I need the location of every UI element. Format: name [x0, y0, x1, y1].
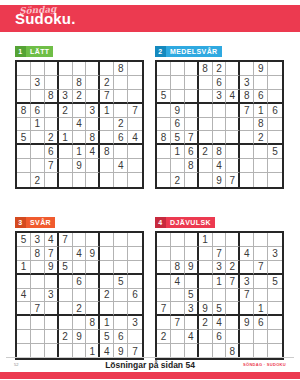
puzzle1-cell-r4c4: 2: [59, 104, 73, 118]
sudoku-board-1: 8382832786231714252186461487942: [15, 60, 144, 189]
puzzle1-cell-r1c2: [31, 62, 45, 76]
puzzle2-cell-r4c7: 7: [240, 104, 254, 118]
puzzle4-cell-r3c2: 8: [171, 261, 185, 275]
difficulty-badge-4: 4 DJÄVULSK: [155, 217, 215, 228]
puzzle3-cell-r6c3: [45, 302, 59, 316]
puzzle2-cell-r4c2: 9: [171, 104, 185, 118]
puzzle4-cell-r3c5: 3: [213, 261, 227, 275]
puzzle1-cell-r8c6: [86, 159, 100, 173]
page: Söndag Sudoku. 1 LÄTT 838283278623171425…: [0, 0, 300, 380]
puzzle1-cell-r9c4: [59, 173, 73, 187]
puzzle3-cell-r7c5: [73, 316, 87, 330]
puzzle2-cell-r1c4: 8: [199, 62, 213, 76]
puzzle4-cell-r4c1: [157, 275, 171, 289]
puzzle1-cell-r5c4: [59, 118, 73, 132]
puzzle2-cell-r8c6: [226, 159, 240, 173]
puzzle2-cell-r1c6: [226, 62, 240, 76]
puzzle1-cell-r3c5: 2: [73, 90, 87, 104]
puzzle-1-latt: 1 LÄTT 8382832786231714252186461487942: [15, 40, 146, 189]
puzzle3-cell-r9c9: 7: [128, 344, 142, 358]
puzzle3-cell-r9c5: [73, 344, 87, 358]
puzzle3-cell-r4c6: [86, 275, 100, 289]
puzzle4-cell-r9c2: [171, 344, 185, 358]
puzzle3-cell-r7c6: 8: [86, 316, 100, 330]
puzzle3-cell-r9c7: 4: [100, 344, 114, 358]
puzzle1-cell-r5c6: [86, 118, 100, 132]
puzzle1-cell-r5c7: [100, 118, 114, 132]
puzzle1-cell-r3c9: [128, 90, 142, 104]
puzzle2-cell-r6c4: [199, 131, 213, 145]
puzzle1-cell-r1c7: [100, 62, 114, 76]
puzzle1-cell-r9c9: [128, 173, 142, 187]
puzzle4-cell-r1c2: [171, 233, 185, 247]
puzzle4-cell-r6c6: [226, 302, 240, 316]
puzzle3-cell-r3c5: [73, 261, 87, 275]
puzzle3-cell-r8c9: [128, 330, 142, 344]
puzzle4-cell-r6c9: [268, 302, 282, 316]
puzzle2-cell-r3c9: [268, 90, 282, 104]
puzzle4-cell-r4c4: [199, 275, 213, 289]
puzzle1-cell-r7c3: 6: [45, 145, 59, 159]
puzzle4-cell-r8c2: [171, 330, 185, 344]
puzzle1-cell-r6c7: [100, 131, 114, 145]
puzzle1-cell-r2c2: 3: [31, 76, 45, 90]
puzzle2-cell-r7c8: [254, 145, 268, 159]
puzzle1-cell-r7c4: [59, 145, 73, 159]
puzzle2-cell-r1c1: [157, 62, 171, 76]
puzzle3-cell-r9c6: 1: [86, 344, 100, 358]
puzzle4-cell-r9c4: [199, 344, 213, 358]
puzzle3-cell-r3c8: [114, 261, 128, 275]
puzzle4-cell-r7c2: 7: [171, 316, 185, 330]
puzzle2-cell-r3c4: [199, 90, 213, 104]
puzzle3-cell-r1c7: [100, 233, 114, 247]
badge-number: 3: [15, 217, 26, 228]
puzzle4-cell-r4c2: 4: [171, 275, 185, 289]
puzzle3-cell-r7c1: [17, 316, 31, 330]
puzzle4-cell-r8c5: 6: [213, 330, 227, 344]
puzzle2-cell-r2c2: [171, 76, 185, 90]
puzzle2-cell-r4c6: [226, 104, 240, 118]
puzzle4-cell-r1c5: [213, 233, 227, 247]
puzzle4-cell-r6c1: 7: [157, 302, 171, 316]
puzzle2-cell-r2c5: 6: [213, 76, 227, 90]
puzzle3-cell-r5c8: [114, 289, 128, 303]
puzzle1-cell-r1c3: [45, 62, 59, 76]
puzzle1-cell-r4c5: [73, 104, 87, 118]
puzzle2-cell-r3c7: 8: [240, 90, 254, 104]
puzzle2-cell-r3c8: 6: [254, 90, 268, 104]
puzzle4-cell-r2c9: 3: [268, 247, 282, 261]
puzzle2-cell-r9c9: [268, 173, 282, 187]
puzzle3-cell-r6c6: [86, 302, 100, 316]
difficulty-badge-1: 1 LÄTT: [15, 46, 53, 57]
puzzle1-cell-r7c8: [114, 145, 128, 159]
puzzle1-cell-r2c8: [114, 76, 128, 90]
puzzle3-cell-r3c9: [128, 261, 142, 275]
puzzle4-cell-r1c4: 1: [199, 233, 213, 247]
puzzle1-cell-r9c3: [45, 173, 59, 187]
puzzle2-cell-r3c3: [185, 90, 199, 104]
puzzle1-cell-r6c8: 6: [114, 131, 128, 145]
puzzle2-cell-r1c3: [185, 62, 199, 76]
puzzle2-cell-r4c5: [213, 104, 227, 118]
puzzle1-cell-r9c7: [100, 173, 114, 187]
puzzle3-cell-r3c6: [86, 261, 100, 275]
puzzle1-cell-r8c7: [100, 159, 114, 173]
puzzle2-cell-r8c5: 4: [213, 159, 227, 173]
puzzle1-cell-r6c9: 4: [128, 131, 142, 145]
puzzle1-cell-r2c7: 2: [100, 76, 114, 90]
puzzle1-cell-r3c2: [31, 90, 45, 104]
puzzle3-cell-r1c8: [114, 233, 128, 247]
puzzle4-cell-r2c7: 4: [240, 247, 254, 261]
puzzle4-cell-r7c9: [268, 316, 282, 330]
puzzle1-cell-r2c3: [45, 76, 59, 90]
puzzle1-cell-r7c6: 4: [86, 145, 100, 159]
puzzle4-cell-r1c1: [157, 233, 171, 247]
puzzle1-cell-r1c4: [59, 62, 73, 76]
puzzle3-cell-r1c3: 4: [45, 233, 59, 247]
puzzle1-cell-r9c1: [17, 173, 31, 187]
puzzle4-cell-r1c3: [185, 233, 199, 247]
puzzle3-cell-r5c5: [73, 289, 87, 303]
puzzle1-cell-r6c3: 2: [45, 131, 59, 145]
puzzle2-cell-r9c6: 7: [226, 173, 240, 187]
puzzle2-cell-r5c4: [199, 118, 213, 132]
puzzle2-cell-r5c5: [213, 118, 227, 132]
badge-label: LÄTT: [26, 46, 53, 57]
puzzle2-cell-r9c7: [240, 173, 254, 187]
puzzle4-cell-r9c5: [213, 344, 227, 358]
puzzle4-cell-r7c5: 4: [213, 316, 227, 330]
puzzle2-cell-r7c2: 1: [171, 145, 185, 159]
puzzle2-cell-r9c2: 2: [171, 173, 185, 187]
puzzle2-cell-r8c8: [254, 159, 268, 173]
puzzle2-cell-r6c2: 5: [171, 131, 185, 145]
puzzle2-cell-r6c5: [213, 131, 227, 145]
puzzle1-cell-r4c6: 3: [86, 104, 100, 118]
puzzle3-cell-r8c2: [31, 330, 45, 344]
puzzle2-cell-r2c8: [254, 76, 268, 90]
puzzle1-cell-r2c4: [59, 76, 73, 90]
puzzle3-cell-r6c5: 2: [73, 302, 87, 316]
puzzle2-cell-r3c2: [171, 90, 185, 104]
puzzle4-cell-r8c9: [268, 330, 282, 344]
footer: 52 Lösningar på sidan 54 SÖNDAG · SUDOKU: [6, 357, 294, 371]
puzzle4-cell-r2c6: [226, 247, 240, 261]
puzzle2-cell-r1c8: 9: [254, 62, 268, 76]
puzzle1-cell-r3c8: [114, 90, 128, 104]
puzzle1-cell-r8c5: 9: [73, 159, 87, 173]
puzzle3-cell-r3c1: 1: [17, 261, 31, 275]
puzzle2-cell-r7c1: [157, 145, 171, 159]
puzzle1-cell-r1c9: [128, 62, 142, 76]
puzzle4-cell-r8c1: 2: [157, 330, 171, 344]
badge-label: DJÄVULSK: [166, 217, 215, 228]
puzzle4-cell-r8c7: [240, 330, 254, 344]
puzzle4-cell-r5c7: 7: [240, 289, 254, 303]
puzzle4-cell-r3c3: 9: [185, 261, 199, 275]
puzzle-2-medelsvar: 2 MEDELSVÅR 8296353486971668857216285842…: [155, 40, 286, 189]
puzzle3-cell-r2c3: 7: [45, 247, 59, 261]
puzzle2-cell-r2c7: 3: [240, 76, 254, 90]
puzzle2-cell-r6c3: 7: [185, 131, 199, 145]
difficulty-badge-2: 2 MEDELSVÅR: [155, 46, 222, 57]
puzzle2-cell-r5c1: [157, 118, 171, 132]
puzzle3-cell-r6c1: [17, 302, 31, 316]
puzzle1-cell-r5c1: [17, 118, 31, 132]
puzzle3-cell-r6c8: [114, 302, 128, 316]
puzzle4-cell-r7c4: 2: [199, 316, 213, 330]
puzzle4-cell-r3c1: [157, 261, 171, 275]
masthead: Söndag Sudoku.: [0, 5, 300, 32]
puzzle4-cell-r7c3: [185, 316, 199, 330]
puzzle2-cell-r4c1: [157, 104, 171, 118]
puzzle2-cell-r7c6: [226, 145, 240, 159]
puzzle4-cell-r9c7: [240, 344, 254, 358]
puzzle3-cell-r4c7: [100, 275, 114, 289]
puzzle4-cell-r7c7: 9: [240, 316, 254, 330]
puzzle2-cell-r6c1: 8: [157, 131, 171, 145]
puzzle1-cell-r2c5: 8: [73, 76, 87, 90]
puzzle2-cell-r9c4: [199, 173, 213, 187]
puzzle3-cell-r1c4: 7: [59, 233, 73, 247]
puzzle3-cell-r4c9: [128, 275, 142, 289]
puzzle1-cell-r8c8: 4: [114, 159, 128, 173]
puzzle1-cell-r1c5: [73, 62, 87, 76]
puzzle1-cell-r5c5: 4: [73, 118, 87, 132]
puzzle4-cell-r6c3: 3: [185, 302, 199, 316]
puzzle1-cell-r7c7: 8: [100, 145, 114, 159]
puzzle3-cell-r9c1: [17, 344, 31, 358]
puzzle4-cell-r5c6: [226, 289, 240, 303]
puzzle2-cell-r8c7: [240, 159, 254, 173]
puzzle3-cell-r1c6: [86, 233, 100, 247]
puzzle4-cell-r4c6: 7: [226, 275, 240, 289]
puzzle4-cell-r9c8: [254, 344, 268, 358]
puzzle1-cell-r7c5: 1: [73, 145, 87, 159]
puzzle4-cell-r9c1: [157, 344, 171, 358]
puzzle1-cell-r4c3: [45, 104, 59, 118]
puzzle3-cell-r3c2: [31, 261, 45, 275]
puzzle4-cell-r3c7: [240, 261, 254, 275]
puzzle3-cell-r6c7: [100, 302, 114, 316]
puzzle2-cell-r9c5: 9: [213, 173, 227, 187]
puzzle3-cell-r2c4: [59, 247, 73, 261]
puzzle3-cell-r1c5: [73, 233, 87, 247]
puzzle3-cell-r2c1: [17, 247, 31, 261]
puzzle4-cell-r7c6: [226, 316, 240, 330]
puzzle1-cell-r3c3: 8: [45, 90, 59, 104]
puzzle2-cell-r5c9: [268, 118, 282, 132]
puzzle3-cell-r6c9: [128, 302, 142, 316]
puzzle3-cell-r8c4: 2: [59, 330, 73, 344]
puzzle4-cell-r3c9: [268, 261, 282, 275]
puzzle3-cell-r2c7: [100, 247, 114, 261]
puzzle2-cell-r3c1: 5: [157, 90, 171, 104]
puzzle1-cell-r4c1: 8: [17, 104, 31, 118]
puzzle1-cell-r6c4: 1: [59, 131, 73, 145]
difficulty-badge-3: 3 SVÅR: [15, 217, 55, 228]
puzzle3-cell-r3c7: [100, 261, 114, 275]
puzzle3-cell-r9c8: 9: [114, 344, 128, 358]
footer-brand-text: SÖNDAG · SUDOKU: [243, 362, 286, 367]
puzzle4-cell-r5c4: [199, 289, 213, 303]
puzzle-area: 1 LÄTT 8382832786231714252186461487942 2…: [15, 40, 286, 360]
puzzle4-cell-r1c6: [226, 233, 240, 247]
puzzle3-cell-r5c9: 6: [128, 289, 142, 303]
puzzle3-cell-r1c9: [128, 233, 142, 247]
logo-title: Sudoku.: [15, 10, 76, 27]
puzzle3-cell-r8c7: 5: [100, 330, 114, 344]
sudoku-board-4: 174389327417355773951724962468: [155, 231, 284, 360]
puzzle2-cell-r7c3: 6: [185, 145, 199, 159]
puzzle3-cell-r5c7: 2: [100, 289, 114, 303]
puzzle4-cell-r6c8: 1: [254, 302, 268, 316]
puzzle4-cell-r4c9: 5: [268, 275, 282, 289]
puzzle4-cell-r9c3: [185, 344, 199, 358]
puzzle1-cell-r6c2: [31, 131, 45, 145]
puzzle3-cell-r3c4: 5: [59, 261, 73, 275]
puzzle2-cell-r1c2: [171, 62, 185, 76]
puzzle4-cell-r4c5: 1: [213, 275, 227, 289]
puzzle1-cell-r4c9: 7: [128, 104, 142, 118]
puzzle4-cell-r2c8: [254, 247, 268, 261]
puzzle3-cell-r2c8: [114, 247, 128, 261]
puzzle4-cell-r9c6: 8: [226, 344, 240, 358]
puzzle2-cell-r5c8: 8: [254, 118, 268, 132]
puzzle1-cell-r8c2: [31, 159, 45, 173]
puzzle-3-svar: 3 SVÅR 534787491956543267281329561497: [15, 211, 146, 360]
puzzle2-cell-r6c6: [226, 131, 240, 145]
puzzle3-cell-r2c5: 4: [73, 247, 87, 261]
puzzle3-cell-r8c1: [17, 330, 31, 344]
badge-label: SVÅR: [26, 217, 55, 228]
puzzle4-cell-r9c9: [268, 344, 282, 358]
puzzle1-cell-r1c8: 8: [114, 62, 128, 76]
puzzle2-cell-r3c5: 3: [213, 90, 227, 104]
badge-number: 4: [155, 217, 166, 228]
puzzle4-cell-r7c1: [157, 316, 171, 330]
puzzle4-cell-r6c7: [240, 302, 254, 316]
puzzle2-cell-r7c5: 8: [213, 145, 227, 159]
bottom-red-bar: [0, 372, 300, 379]
puzzle4-cell-r4c3: [185, 275, 199, 289]
puzzle3-cell-r2c9: [128, 247, 142, 261]
puzzle2-cell-r9c1: [157, 173, 171, 187]
puzzle4-cell-r2c1: [157, 247, 171, 261]
puzzle4-cell-r6c4: 9: [199, 302, 213, 316]
puzzle3-cell-r7c9: 3: [128, 316, 142, 330]
puzzle1-cell-r8c1: [17, 159, 31, 173]
puzzle3-cell-r8c3: [45, 330, 59, 344]
puzzle4-cell-r1c9: [268, 233, 282, 247]
puzzle2-cell-r9c8: [254, 173, 268, 187]
puzzle3-cell-r4c4: [59, 275, 73, 289]
puzzle4-cell-r5c8: [254, 289, 268, 303]
puzzle1-cell-r2c9: [128, 76, 142, 90]
puzzle1-cell-r2c1: [17, 76, 31, 90]
puzzle4-cell-r5c9: [268, 289, 282, 303]
puzzle1-cell-r1c1: [17, 62, 31, 76]
puzzle4-cell-r1c7: [240, 233, 254, 247]
puzzle1-cell-r9c2: 2: [31, 173, 45, 187]
puzzle1-cell-r3c4: 3: [59, 90, 73, 104]
puzzle2-cell-r6c7: [240, 131, 254, 145]
puzzle3-cell-r4c8: 5: [114, 275, 128, 289]
puzzle3-cell-r8c5: 9: [73, 330, 87, 344]
sudoku-board-3: 534787491956543267281329561497: [15, 231, 144, 360]
puzzle1-cell-r9c5: [73, 173, 87, 187]
puzzle3-cell-r1c2: 3: [31, 233, 45, 247]
puzzle2-cell-r8c2: [171, 159, 185, 173]
puzzle3-cell-r9c3: [45, 344, 59, 358]
puzzle1-cell-r9c6: [86, 173, 100, 187]
puzzle4-cell-r4c7: 3: [240, 275, 254, 289]
puzzle4-cell-r2c5: 7: [213, 247, 227, 261]
puzzle2-cell-r5c3: [185, 118, 199, 132]
puzzle1-cell-r8c9: [128, 159, 142, 173]
puzzle1-cell-r7c1: [17, 145, 31, 159]
puzzle2-cell-r3c6: 4: [226, 90, 240, 104]
puzzle4-cell-r3c4: [199, 261, 213, 275]
puzzle1-cell-r5c2: 1: [31, 118, 45, 132]
puzzle4-cell-r2c2: [171, 247, 185, 261]
puzzle3-cell-r2c6: 9: [86, 247, 100, 261]
puzzle1-cell-r5c3: [45, 118, 59, 132]
puzzle1-cell-r9c8: [114, 173, 128, 187]
puzzle4-cell-r5c5: [213, 289, 227, 303]
puzzle3-cell-r8c8: 6: [114, 330, 128, 344]
puzzle-4-djavulsk: 4 DJÄVULSK 17438932741735577395172496246…: [155, 211, 286, 360]
puzzle1-cell-r5c8: 2: [114, 118, 128, 132]
puzzle2-cell-r4c4: [199, 104, 213, 118]
puzzle3-cell-r8c6: [86, 330, 100, 344]
puzzle3-cell-r9c2: [31, 344, 45, 358]
puzzle1-cell-r5c9: [128, 118, 142, 132]
puzzle2-cell-r4c9: 6: [268, 104, 282, 118]
puzzle4-cell-r8c3: 4: [185, 330, 199, 344]
puzzle2-cell-r4c3: [185, 104, 199, 118]
puzzle2-cell-r5c7: [240, 118, 254, 132]
puzzle4-cell-r5c1: [157, 289, 171, 303]
puzzle3-cell-r5c3: 3: [45, 289, 59, 303]
puzzle3-cell-r5c2: [31, 289, 45, 303]
puzzle1-cell-r6c5: [73, 131, 87, 145]
puzzle3-cell-r2c2: 8: [31, 247, 45, 261]
puzzle3-cell-r3c3: 9: [45, 261, 59, 275]
puzzle3-cell-r5c4: [59, 289, 73, 303]
puzzle3-cell-r6c2: 7: [31, 302, 45, 316]
puzzle3-cell-r7c8: [114, 316, 128, 330]
puzzle1-cell-r4c2: 6: [31, 104, 45, 118]
puzzle3-cell-r4c3: [45, 275, 59, 289]
puzzle1-cell-r3c7: 7: [100, 90, 114, 104]
puzzle4-cell-r3c6: 2: [226, 261, 240, 275]
puzzle2-cell-r9c3: [185, 173, 199, 187]
puzzle4-cell-r2c3: [185, 247, 199, 261]
puzzle3-cell-r5c6: [86, 289, 100, 303]
puzzle2-cell-r8c1: [157, 159, 171, 173]
puzzle3-cell-r4c1: [17, 275, 31, 289]
badge-number: 1: [15, 46, 26, 57]
puzzle3-cell-r4c2: [31, 275, 45, 289]
puzzle1-cell-r1c6: [86, 62, 100, 76]
puzzle4-cell-r3c8: 7: [254, 261, 268, 275]
puzzle3-cell-r5c1: 4: [17, 289, 31, 303]
puzzle4-cell-r5c2: [171, 289, 185, 303]
